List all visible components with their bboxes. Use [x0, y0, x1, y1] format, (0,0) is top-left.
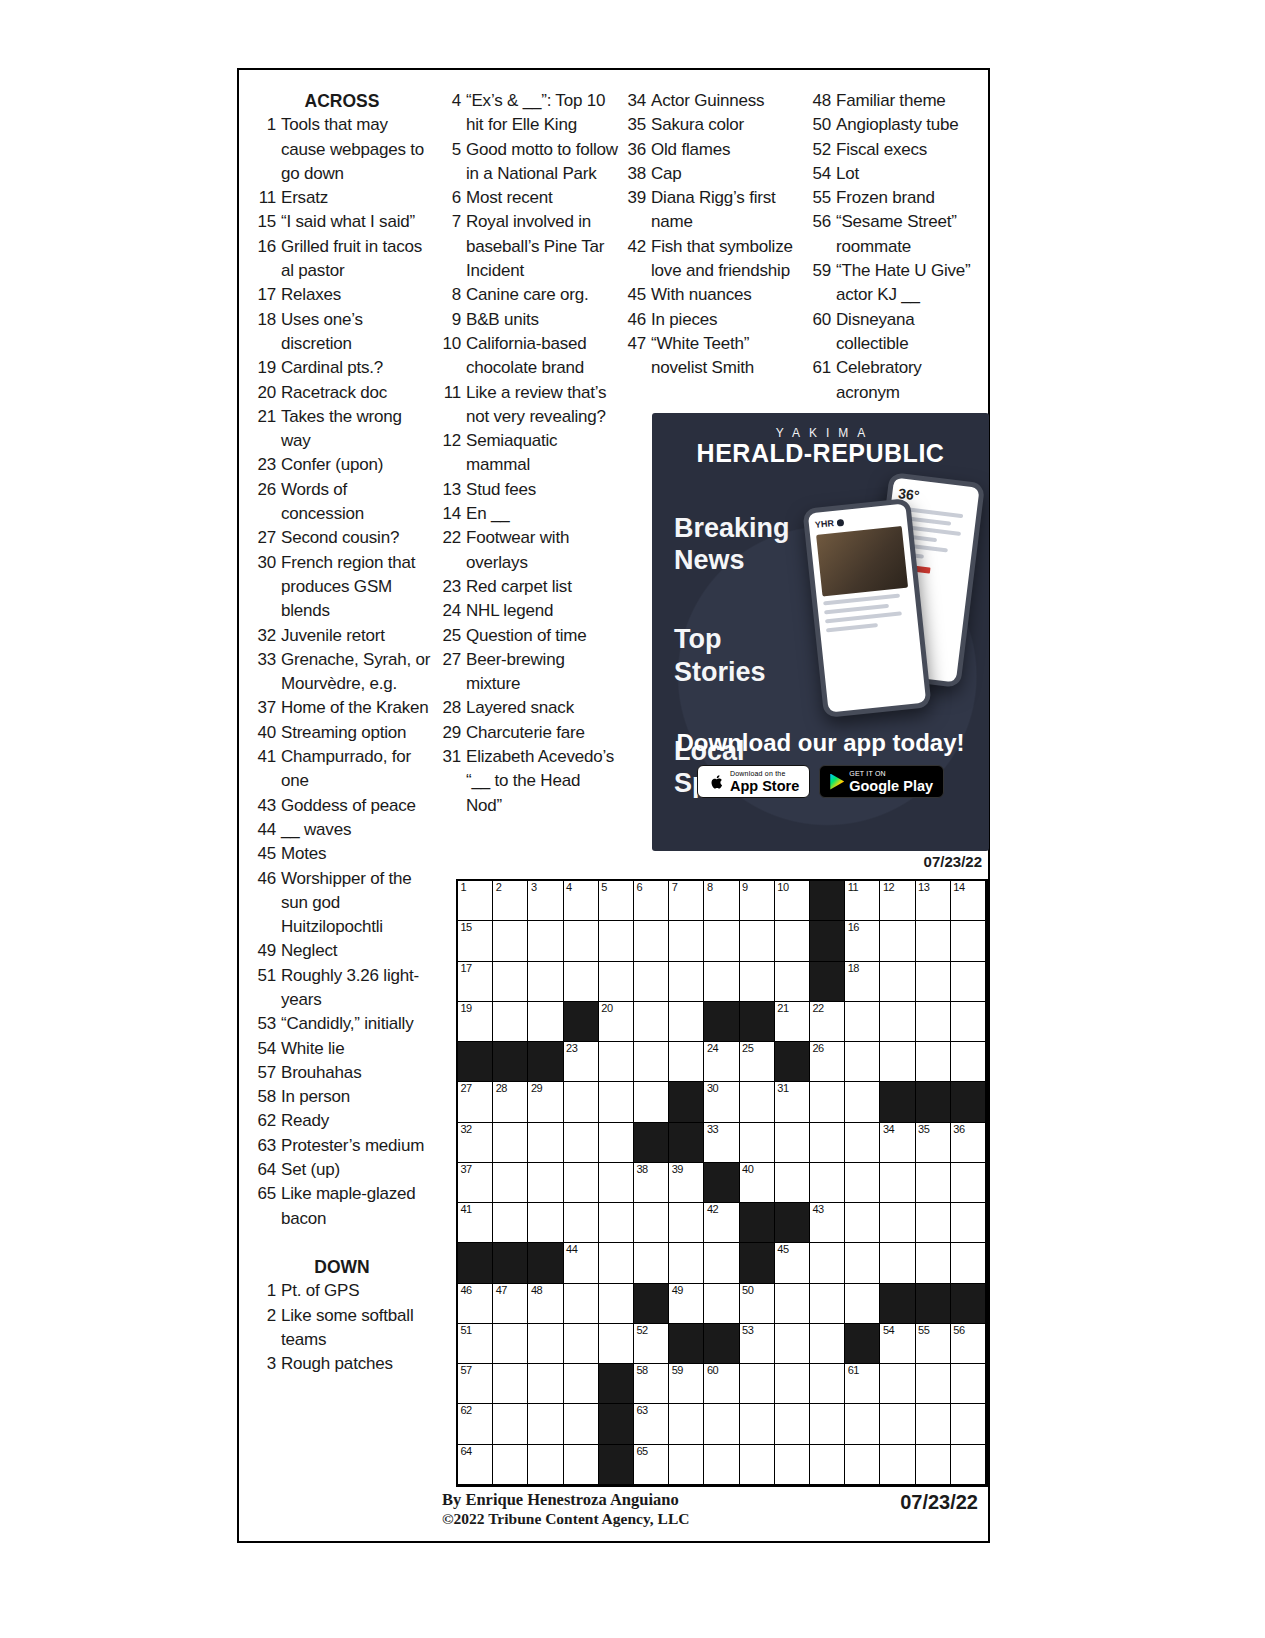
grid-cell[interactable] — [669, 1404, 704, 1444]
grid-cell[interactable] — [810, 1324, 845, 1364]
grid-cell[interactable] — [634, 1203, 669, 1243]
grid-cell[interactable]: 45 — [775, 1243, 810, 1283]
clue-text: Set (up) — [281, 1158, 434, 1182]
grid-cell[interactable] — [564, 1284, 599, 1324]
grid-cell[interactable] — [740, 962, 775, 1002]
grid-cell[interactable]: 46 — [458, 1284, 493, 1324]
grid-cell[interactable]: 29 — [528, 1082, 563, 1122]
grid-cell[interactable]: 1 — [458, 881, 493, 921]
grid-cell[interactable] — [599, 962, 634, 1002]
cell-number: 10 — [777, 882, 788, 893]
grid-cell[interactable]: 11 — [845, 881, 880, 921]
grid-cell[interactable] — [599, 1203, 634, 1243]
grid-cell[interactable] — [599, 1082, 634, 1122]
grid-cell[interactable] — [528, 1002, 563, 1042]
grid-cell[interactable] — [564, 1203, 599, 1243]
clue-text: Question of time — [466, 624, 619, 648]
clue-text: Ready — [281, 1109, 434, 1133]
grid-cell[interactable] — [599, 1042, 634, 1082]
clue-text: Like a review that’s not very revealing? — [466, 381, 619, 430]
grid-cell[interactable] — [493, 1163, 528, 1203]
black-cell — [528, 1042, 563, 1082]
grid-cell[interactable] — [634, 1042, 669, 1082]
grid-cell[interactable] — [880, 1364, 915, 1404]
grid-cell[interactable] — [810, 1445, 845, 1485]
grid-cell[interactable] — [599, 1163, 634, 1203]
black-cell — [951, 1284, 986, 1324]
clue-item: 35Sakura color — [620, 113, 804, 137]
grid-cell[interactable]: 3 — [528, 881, 563, 921]
grid-cell[interactable] — [704, 1284, 739, 1324]
grid-cell[interactable] — [493, 1404, 528, 1444]
grid-cell[interactable] — [669, 1002, 704, 1042]
grid-cell[interactable] — [740, 1404, 775, 1444]
grid-cell[interactable] — [775, 1404, 810, 1444]
clue-text: Most recent — [466, 186, 619, 210]
grid-cell[interactable] — [916, 1364, 951, 1404]
grid-cell[interactable]: 12 — [880, 881, 915, 921]
black-cell — [740, 1203, 775, 1243]
grid-cell[interactable]: 30 — [704, 1082, 739, 1122]
grid-cell[interactable]: 8 — [704, 881, 739, 921]
grid-cell[interactable]: 63 — [634, 1404, 669, 1444]
grid-cell[interactable]: 44 — [564, 1243, 599, 1283]
grid-cell[interactable]: 28 — [493, 1082, 528, 1122]
clue-number: 61 — [805, 356, 836, 380]
black-cell — [564, 1002, 599, 1042]
grid-cell[interactable]: 2 — [493, 881, 528, 921]
clue-item: 41Champurrado, for one — [250, 745, 434, 794]
grid-cell[interactable]: 59 — [669, 1364, 704, 1404]
cell-number: 48 — [531, 1285, 542, 1296]
grid-cell[interactable] — [704, 962, 739, 1002]
cell-number: 30 — [707, 1083, 718, 1094]
clue-number: 57 — [250, 1061, 281, 1085]
grid-cell[interactable] — [599, 1324, 634, 1364]
app-store-badge-top: Download on the — [730, 770, 799, 777]
clue-item: 11Like a review that’s not very revealin… — [435, 381, 619, 430]
grid-cell[interactable] — [493, 1364, 528, 1404]
clue-item: 19Cardinal pts.? — [250, 356, 434, 380]
grid-cell[interactable] — [740, 1364, 775, 1404]
grid-cell[interactable] — [704, 1404, 739, 1444]
grid-cell[interactable] — [916, 1002, 951, 1042]
grid-cell[interactable] — [740, 1445, 775, 1485]
grid-cell[interactable]: 61 — [845, 1364, 880, 1404]
clue-item: 57Brouhahas — [250, 1061, 434, 1085]
grid-cell[interactable] — [599, 1123, 634, 1163]
clue-number: 56 — [805, 210, 836, 234]
grid-cell[interactable] — [880, 1445, 915, 1485]
clue-item: 59“The Hate U Give” actor KJ __ — [805, 259, 989, 308]
cell-number: 15 — [461, 922, 472, 933]
grid-cell[interactable]: 50 — [740, 1284, 775, 1324]
grid-cell[interactable]: 62 — [458, 1404, 493, 1444]
grid-cell[interactable] — [704, 1243, 739, 1283]
grid-cell[interactable] — [740, 1082, 775, 1122]
grid-cell[interactable]: 22 — [810, 1002, 845, 1042]
grid-cell[interactable] — [916, 962, 951, 1002]
app-logo-label: YHR — [815, 518, 835, 530]
app-promo-ad[interactable]: YAKIMA HERALD-REPUBLIC Breaking News Top… — [652, 413, 989, 851]
grid-cell[interactable]: 56 — [951, 1324, 986, 1364]
cell-number: 64 — [461, 1446, 472, 1457]
google-play-badge[interactable]: GET IT ON Google Play — [819, 765, 944, 798]
grid-cell[interactable] — [775, 1123, 810, 1163]
grid-cell[interactable] — [845, 1002, 880, 1042]
black-cell — [704, 1324, 739, 1364]
grid-cell[interactable]: 42 — [704, 1203, 739, 1243]
grid-cell[interactable] — [564, 1163, 599, 1203]
clue-item: 49Neglect — [250, 939, 434, 963]
grid-cell[interactable] — [564, 1123, 599, 1163]
clue-text: White lie — [281, 1037, 434, 1061]
grid-cell[interactable]: 38 — [634, 1163, 669, 1203]
clue-item: 44__ waves — [250, 818, 434, 842]
grid-cell[interactable]: 13 — [916, 881, 951, 921]
clue-text: Roughly 3.26 light-years — [281, 964, 434, 1013]
grid-cell[interactable]: 5 — [599, 881, 634, 921]
grid-cell[interactable] — [599, 921, 634, 961]
grid-cell[interactable] — [775, 1284, 810, 1324]
clue-number: 37 — [250, 696, 281, 720]
google-play-icon — [830, 774, 844, 790]
grid-cell[interactable] — [810, 1123, 845, 1163]
grid-cell[interactable] — [916, 1203, 951, 1243]
grid-cell[interactable] — [634, 1082, 669, 1122]
clue-item: 6Most recent — [435, 186, 619, 210]
grid-cell[interactable]: 65 — [634, 1445, 669, 1485]
grid-cell[interactable] — [493, 1203, 528, 1243]
grid-cell[interactable]: 40 — [740, 1163, 775, 1203]
grid-cell[interactable]: 33 — [704, 1123, 739, 1163]
grid-cell[interactable] — [528, 1404, 563, 1444]
clue-item: 45With nuances — [620, 283, 804, 307]
grid-cell[interactable] — [669, 921, 704, 961]
grid-cell[interactable]: 6 — [634, 881, 669, 921]
grid-cell[interactable] — [634, 962, 669, 1002]
grid-cell[interactable]: 25 — [740, 1042, 775, 1082]
black-cell — [599, 1404, 634, 1444]
grid-cell[interactable] — [740, 921, 775, 961]
grid-cell[interactable]: 58 — [634, 1364, 669, 1404]
grid-cell[interactable] — [564, 1445, 599, 1485]
clue-item: 38Cap — [620, 162, 804, 186]
grid-cell[interactable] — [951, 1042, 986, 1082]
grid-cell[interactable] — [951, 1404, 986, 1444]
grid-cell[interactable] — [669, 1042, 704, 1082]
grid-cell[interactable]: 24 — [704, 1042, 739, 1082]
app-store-badge[interactable]: Download on the App Store — [697, 765, 810, 798]
grid-cell[interactable] — [810, 1243, 845, 1283]
clue-item: 51Roughly 3.26 light-years — [250, 964, 434, 1013]
grid-cell[interactable] — [916, 1163, 951, 1203]
clue-number: 28 — [435, 696, 466, 720]
grid-cell[interactable] — [564, 962, 599, 1002]
grid-cell[interactable]: 9 — [740, 881, 775, 921]
grid-cell[interactable] — [493, 921, 528, 961]
clue-number: 22 — [435, 526, 466, 550]
clue-number: 54 — [805, 162, 836, 186]
clue-item: 7Royal involved in baseball’s Pine Tar I… — [435, 210, 619, 283]
clue-item: 11Ersatz — [250, 186, 434, 210]
grid-cell[interactable] — [916, 921, 951, 961]
grid-cell[interactable] — [845, 1123, 880, 1163]
clue-number: 39 — [620, 186, 651, 210]
grid-cell[interactable]: 51 — [458, 1324, 493, 1364]
grid-cell[interactable]: 4 — [564, 881, 599, 921]
grid-cell[interactable]: 35 — [916, 1123, 951, 1163]
grid-cell[interactable]: 53 — [740, 1324, 775, 1364]
clue-item: 5Good motto to follow in a National Park — [435, 138, 619, 187]
clue-number: 41 — [250, 745, 281, 769]
clue-text: Motes — [281, 842, 434, 866]
grid-cell[interactable]: 47 — [493, 1284, 528, 1324]
clue-text: Champurrado, for one — [281, 745, 434, 794]
grid-cell[interactable] — [951, 1002, 986, 1042]
grid-cell[interactable] — [493, 1002, 528, 1042]
clue-item: 65Like maple-glazed bacon — [250, 1182, 434, 1231]
grid-cell[interactable] — [951, 921, 986, 961]
grid-cell[interactable]: 55 — [916, 1324, 951, 1364]
grid-cell[interactable] — [599, 1243, 634, 1283]
grid-cell[interactable]: 14 — [951, 881, 986, 921]
grid-cell[interactable] — [775, 1163, 810, 1203]
grid-cell[interactable] — [951, 1243, 986, 1283]
grid-cell[interactable] — [916, 1445, 951, 1485]
clue-item: 25Question of time — [435, 624, 619, 648]
grid-cell[interactable] — [775, 1324, 810, 1364]
clue-item: 60Disneyana collectible — [805, 308, 989, 357]
grid-cell[interactable] — [775, 962, 810, 1002]
grid-cell[interactable]: 32 — [458, 1123, 493, 1163]
cell-number: 34 — [883, 1124, 894, 1135]
clue-column-1: ACROSS 1Tools that may cause webpages to… — [250, 89, 434, 1376]
clue-text: Cap — [651, 162, 804, 186]
grid-cell[interactable] — [528, 962, 563, 1002]
cell-number: 27 — [461, 1083, 472, 1094]
grid-cell[interactable] — [775, 1445, 810, 1485]
grid-cell[interactable] — [880, 1002, 915, 1042]
black-cell — [669, 1123, 704, 1163]
grid-cell[interactable] — [951, 1445, 986, 1485]
grid-cell[interactable]: 21 — [775, 1002, 810, 1042]
cell-number: 26 — [813, 1043, 824, 1054]
ad-brand-title: HERALD-REPUBLIC — [652, 439, 989, 468]
clue-number: 3 — [250, 1352, 281, 1376]
black-cell — [458, 1042, 493, 1082]
grid-cell[interactable] — [528, 1445, 563, 1485]
grid-cell[interactable] — [810, 1284, 845, 1324]
black-cell — [810, 881, 845, 921]
grid-cell[interactable]: 54 — [880, 1324, 915, 1364]
grid-cell[interactable] — [880, 1042, 915, 1082]
cell-number: 51 — [461, 1325, 472, 1336]
grid-cell[interactable]: 34 — [880, 1123, 915, 1163]
grid-cell[interactable] — [493, 962, 528, 1002]
grid-cell[interactable] — [810, 1082, 845, 1122]
grid-cell[interactable] — [669, 1203, 704, 1243]
grid-cell[interactable] — [564, 1324, 599, 1364]
grid-cell[interactable] — [845, 1042, 880, 1082]
grid-cell[interactable] — [493, 1324, 528, 1364]
clue-text: Like some softball teams — [281, 1304, 434, 1353]
google-play-badge-text: GET IT ON Google Play — [849, 770, 933, 794]
grid-cell[interactable] — [669, 1445, 704, 1485]
clue-item: 18Uses one’s discretion — [250, 308, 434, 357]
grid-cell[interactable]: 60 — [704, 1364, 739, 1404]
cell-number: 52 — [637, 1325, 648, 1336]
grid-cell[interactable]: 37 — [458, 1163, 493, 1203]
clue-item: 16Grilled fruit in tacos al pastor — [250, 235, 434, 284]
grid-cell[interactable] — [634, 1002, 669, 1042]
grid-cell[interactable] — [775, 921, 810, 961]
grid-cell[interactable] — [599, 1284, 634, 1324]
grid-cell[interactable]: 19 — [458, 1002, 493, 1042]
grid-cell[interactable] — [951, 1203, 986, 1243]
clue-number: 40 — [250, 721, 281, 745]
down-clue-list-1: 1Pt. of GPS2Like some softball teams3Rou… — [250, 1279, 434, 1376]
grid-cell[interactable] — [880, 921, 915, 961]
grid-cell[interactable] — [528, 1364, 563, 1404]
grid-cell[interactable] — [775, 1364, 810, 1404]
grid-cell[interactable]: 15 — [458, 921, 493, 961]
grid-cell[interactable]: 36 — [951, 1123, 986, 1163]
clue-text: Brouhahas — [281, 1061, 434, 1085]
grid-cell[interactable]: 48 — [528, 1284, 563, 1324]
grid-cell[interactable]: 49 — [669, 1284, 704, 1324]
clue-text: Home of the Kraken — [281, 696, 434, 720]
grid-cell[interactable] — [951, 1364, 986, 1404]
grid-cell[interactable] — [810, 1404, 845, 1444]
clue-text: En __ — [466, 502, 619, 526]
clue-text: Goddess of peace — [281, 794, 434, 818]
clue-number: 44 — [250, 818, 281, 842]
clue-text: Beer-brewing mixture — [466, 648, 619, 697]
clue-number: 8 — [435, 283, 466, 307]
grid-cell[interactable] — [916, 1042, 951, 1082]
grid-cell[interactable]: 16 — [845, 921, 880, 961]
clue-text: B&B units — [466, 308, 619, 332]
clue-number: 45 — [250, 842, 281, 866]
grid-cell[interactable]: 43 — [810, 1203, 845, 1243]
clue-text: __ waves — [281, 818, 434, 842]
clue-text: Ersatz — [281, 186, 434, 210]
clue-item: 40Streaming option — [250, 721, 434, 745]
cell-number: 47 — [496, 1285, 507, 1296]
grid-cell[interactable] — [880, 1243, 915, 1283]
grid-cell[interactable] — [845, 1203, 880, 1243]
grid-cell[interactable] — [634, 921, 669, 961]
grid-cell[interactable]: 17 — [458, 962, 493, 1002]
grid-cell[interactable] — [634, 1243, 669, 1283]
grid-cell[interactable] — [669, 1243, 704, 1283]
cell-number: 49 — [672, 1285, 683, 1296]
grid-cell[interactable] — [740, 1123, 775, 1163]
grid-cell[interactable]: 64 — [458, 1445, 493, 1485]
grid-cell[interactable] — [493, 1123, 528, 1163]
clue-text: Words of concession — [281, 478, 434, 527]
grid-cell[interactable] — [528, 1123, 563, 1163]
grid-cell[interactable]: 57 — [458, 1364, 493, 1404]
black-cell — [775, 1203, 810, 1243]
grid-cell[interactable] — [810, 1364, 845, 1404]
clue-item: 63Protester’s medium — [250, 1134, 434, 1158]
grid-cell[interactable] — [845, 1163, 880, 1203]
cell-number: 5 — [601, 882, 607, 893]
ad-tagline-breaking-news: Breaking News — [674, 512, 790, 577]
grid-cell[interactable]: 26 — [810, 1042, 845, 1082]
grid-cell[interactable] — [880, 962, 915, 1002]
grid-cell[interactable] — [564, 1404, 599, 1444]
grid-cell[interactable] — [916, 1243, 951, 1283]
grid-cell[interactable] — [528, 921, 563, 961]
clue-text: Pt. of GPS — [281, 1279, 434, 1303]
grid-cell[interactable] — [845, 1082, 880, 1122]
clue-item: 43Goddess of peace — [250, 794, 434, 818]
grid-cell[interactable]: 41 — [458, 1203, 493, 1243]
cell-number: 11 — [848, 882, 858, 893]
grid-cell[interactable] — [845, 1445, 880, 1485]
clue-item: 47“White Teeth” novelist Smith — [620, 332, 804, 381]
grid-cell[interactable] — [528, 1163, 563, 1203]
black-cell — [845, 1324, 880, 1364]
grid-cell[interactable] — [564, 1364, 599, 1404]
grid-cell[interactable] — [669, 962, 704, 1002]
grid-cell[interactable] — [564, 1082, 599, 1122]
cell-number: 59 — [672, 1365, 683, 1376]
clue-item: 31Elizabeth Acevedo’s “__ to the Head No… — [435, 745, 619, 818]
grid-cell[interactable] — [951, 962, 986, 1002]
grid-cell[interactable] — [880, 1404, 915, 1444]
cell-number: 29 — [531, 1083, 542, 1094]
clue-item: 4“Ex’s & __”: Top 10 hit for Elle King — [435, 89, 619, 138]
cell-number: 57 — [461, 1365, 472, 1376]
grid-cell[interactable]: 23 — [564, 1042, 599, 1082]
grid-cell[interactable] — [916, 1404, 951, 1444]
grid-cell[interactable] — [493, 1445, 528, 1485]
grid-cell[interactable] — [564, 921, 599, 961]
grid-cell[interactable] — [528, 1203, 563, 1243]
grid-cell[interactable] — [704, 921, 739, 961]
grid-cell[interactable] — [704, 1445, 739, 1485]
grid-cell[interactable]: 31 — [775, 1082, 810, 1122]
grid-cell[interactable]: 20 — [599, 1002, 634, 1042]
grid-cell[interactable] — [810, 1163, 845, 1203]
cell-number: 3 — [531, 882, 537, 893]
grid-cell[interactable]: 27 — [458, 1082, 493, 1122]
clue-item: 15“I said what I said” — [250, 210, 434, 234]
grid-cell[interactable]: 10 — [775, 881, 810, 921]
black-cell — [528, 1243, 563, 1283]
grid-cell[interactable] — [845, 1284, 880, 1324]
clue-number: 42 — [620, 235, 651, 259]
grid-cell[interactable] — [845, 1404, 880, 1444]
grid-cell[interactable] — [951, 1163, 986, 1203]
grid-cell[interactable] — [528, 1324, 563, 1364]
clue-number: 33 — [250, 648, 281, 672]
grid-cell[interactable] — [880, 1163, 915, 1203]
clue-item: 52Fiscal execs — [805, 138, 989, 162]
grid-cell[interactable] — [880, 1203, 915, 1243]
grid-cell[interactable]: 18 — [845, 962, 880, 1002]
grid-cell[interactable]: 7 — [669, 881, 704, 921]
clue-number: 23 — [435, 575, 466, 599]
cell-number: 55 — [918, 1325, 929, 1336]
grid-cell[interactable]: 39 — [669, 1163, 704, 1203]
grid-cell[interactable]: 52 — [634, 1324, 669, 1364]
grid-cell[interactable] — [845, 1243, 880, 1283]
